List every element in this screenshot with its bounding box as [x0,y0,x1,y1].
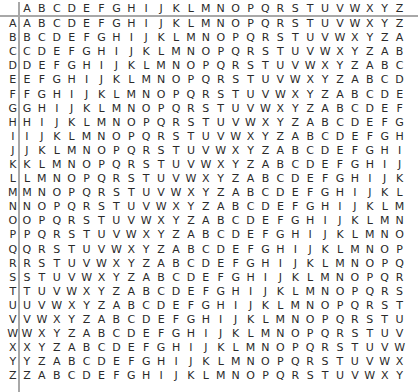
cell-rU-cE: Y [79,298,94,312]
cell-rV-cF: A [94,312,109,326]
cell-rZ-cU: T [318,369,333,383]
cell-rL-cJ: U [154,172,169,186]
cell-rR-cY: P [377,256,392,270]
cell-rD-cR: U [273,59,288,73]
cell-rE-cI: M [139,73,154,87]
cell-rB-cO: P [228,31,243,45]
cell-rA-cS: S [288,17,303,31]
cell-rU-cV: P [333,298,348,312]
cell-rW-cA: W [20,327,35,341]
cell-rL-cW: H [347,172,362,186]
cell-rS-cO: G [228,270,243,284]
cell-rS-cM: E [198,270,213,284]
cell-rV-cM: H [198,312,213,326]
cell-rL-cK: V [169,172,184,186]
cell-rV-cB: W [34,312,49,326]
cell-rO-cB: P [34,214,49,228]
cell-rH-cJ: Q [154,115,169,129]
cell-rM-cW: I [347,186,362,200]
cell-rI-cA: I [20,129,35,143]
cell-rG-cQ: W [258,101,273,115]
cell-rJ-cQ: Z [258,143,273,157]
cell-rA-cJ: J [154,17,169,31]
cell-rY-cI: G [139,355,154,369]
col-header-Z: Z [392,0,407,17]
cell-rQ-cC: S [49,242,64,256]
col-header-L: L [183,0,198,17]
cell-rM-cV: H [333,186,348,200]
cell-rD-cP: S [243,59,258,73]
col-header-D: D [64,0,79,17]
cell-rR-cK: B [169,256,184,270]
cell-rB-cZ: A [392,31,407,45]
cell-rD-cS: V [288,59,303,73]
col-header-Q: Q [258,0,273,17]
cell-rU-cP: J [243,298,258,312]
cell-rT-cZ: S [392,284,407,298]
cell-rY-cR: P [273,355,288,369]
cell-rH-cE: L [79,115,94,129]
cell-rI-cL: T [183,129,198,143]
cell-rU-cB: V [34,298,49,312]
cell-rK-cE: O [79,157,94,171]
cell-rB-cA: B [20,31,35,45]
cell-rK-cC: M [49,157,64,171]
cell-rG-cU: A [318,101,333,115]
cell-rI-cD: L [64,129,79,143]
cell-rS-cI: A [139,270,154,284]
cell-rW-cG: C [109,327,124,341]
cell-rJ-cE: N [79,143,94,157]
cell-rA-cI: I [139,17,154,31]
cell-rJ-cC: L [49,143,64,157]
cell-rV-cR: M [273,312,288,326]
row-header-B: B [0,31,20,45]
cell-rW-cH: D [124,327,139,341]
cell-rY-cC: A [49,355,64,369]
cell-rM-cU: G [318,186,333,200]
cell-rG-cH: N [124,101,139,115]
cell-rG-cE: K [79,101,94,115]
cell-rW-cW: S [347,327,362,341]
cell-rO-cL: Z [183,214,198,228]
cell-rU-cY: S [377,298,392,312]
cell-rQ-cT: J [303,242,318,256]
cell-rM-cO: A [228,186,243,200]
cell-rP-cS: H [288,228,303,242]
cell-rK-cS: C [288,157,303,171]
cell-rI-cK: S [169,129,184,143]
cell-rU-cJ: D [154,298,169,312]
cell-rN-cU: H [318,200,333,214]
cell-rL-cD: O [64,172,79,186]
cell-rO-cK: Y [169,214,184,228]
cell-rX-cI: F [139,341,154,355]
cell-rG-cK: Q [169,101,184,115]
cell-rH-cB: I [34,115,49,129]
cell-rK-cB: L [34,157,49,171]
cell-rA-cZ: Z [392,17,407,31]
cell-rN-cM: Z [198,200,213,214]
col-header-S: S [288,0,303,17]
cell-rI-cB: J [34,129,49,143]
cell-rN-cA: N [20,200,35,214]
cell-rU-cD: X [64,298,79,312]
row-header-G: G [0,101,20,115]
cell-rP-cY: N [377,228,392,242]
cell-rX-cA: X [20,341,35,355]
cell-rK-cT: D [303,157,318,171]
cell-rM-cS: E [288,186,303,200]
cell-rU-cM: G [198,298,213,312]
cell-rH-cM: T [198,115,213,129]
cell-rP-cE: T [79,228,94,242]
cell-rV-cW: R [347,312,362,326]
cell-rC-cS: U [288,45,303,59]
cell-rU-cS: M [288,298,303,312]
col-header-G: G [109,0,124,17]
cell-rE-cM: Q [198,73,213,87]
cell-rJ-cG: P [109,143,124,157]
cell-rR-cJ: A [154,256,169,270]
cell-rZ-cL: K [183,369,198,383]
cell-rE-cO: S [228,73,243,87]
cell-rM-cN: Z [213,186,228,200]
cell-rS-cX: P [362,270,377,284]
cell-rI-cI: Q [139,129,154,143]
cell-rI-cF: N [94,129,109,143]
cell-rM-cY: K [377,186,392,200]
cell-rK-cL: V [183,157,198,171]
cell-rG-cL: R [183,101,198,115]
cell-rY-cY: W [377,355,392,369]
cell-rR-cS: J [288,256,303,270]
cell-rY-cU: S [318,355,333,369]
row-header-V: V [0,312,20,326]
cell-rN-cF: S [94,200,109,214]
cell-rF-cB: G [34,87,49,101]
cell-rL-cE: P [79,172,94,186]
cell-rL-cL: W [183,172,198,186]
cell-rX-cK: H [169,341,184,355]
cell-rY-cJ: H [154,355,169,369]
cell-rW-cR: N [273,327,288,341]
cell-rJ-cZ: I [392,143,407,157]
cell-rH-cW: D [347,115,362,129]
cell-rJ-cA: J [20,143,35,157]
row-header-C: C [0,45,20,59]
col-header-V: V [333,0,348,17]
cell-rD-cH: K [124,59,139,73]
cell-rB-cN: O [213,31,228,45]
cell-rG-cN: T [213,101,228,115]
cell-rU-cW: Q [347,298,362,312]
cell-rI-cV: D [333,129,348,143]
cell-rB-cP: Q [243,31,258,45]
cell-rG-cW: C [347,101,362,115]
cell-rA-cO: O [228,17,243,31]
cell-rP-cD: S [64,228,79,242]
cell-rH-cK: R [169,115,184,129]
cell-rB-cM: N [198,31,213,45]
cell-rX-cG: D [109,341,124,355]
cell-rV-cX: S [362,312,377,326]
cell-rQ-cB: R [34,242,49,256]
cell-rC-cD: F [64,45,79,59]
cell-rE-cB: F [34,73,49,87]
cell-rJ-cW: F [347,143,362,157]
cell-rN-cE: R [79,200,94,214]
cell-rE-cJ: N [154,73,169,87]
cell-rP-cV: K [333,228,348,242]
cell-rF-cY: D [377,87,392,101]
cell-rC-cE: G [79,45,94,59]
cell-rE-cE: I [79,73,94,87]
cell-rD-cO: R [228,59,243,73]
cell-rL-cC: N [49,172,64,186]
cell-rZ-cR: Q [273,369,288,383]
cell-rP-cF: U [94,228,109,242]
cell-rR-cM: D [198,256,213,270]
cell-rO-cR: F [273,214,288,228]
cell-rB-cI: J [139,31,154,45]
cell-rR-cP: G [243,256,258,270]
cell-rL-cT: E [303,172,318,186]
cell-rL-cY: J [377,172,392,186]
cell-rP-cN: C [213,228,228,242]
cell-rX-cF: C [94,341,109,355]
cell-rV-cH: C [124,312,139,326]
cell-rM-cI: U [139,186,154,200]
cell-rY-cS: Q [288,355,303,369]
cell-rP-cH: W [124,228,139,242]
cell-rR-cN: E [213,256,228,270]
cell-rZ-cN: M [213,369,228,383]
cell-rL-cI: T [139,172,154,186]
cell-rI-cX: F [362,129,377,143]
cell-rH-cP: W [243,115,258,129]
cell-rQ-cM: C [198,242,213,256]
cell-rU-cT: N [303,298,318,312]
cell-rQ-cA: Q [20,242,35,256]
cell-rX-cW: T [347,341,362,355]
col-header-Y: Y [377,0,392,17]
cell-rY-cA: Y [20,355,35,369]
cell-rX-cE: B [79,341,94,355]
cell-rM-cA: M [20,186,35,200]
cell-rB-cR: S [273,31,288,45]
cell-rB-cY: Z [377,31,392,45]
cell-rJ-cF: O [94,143,109,157]
cell-rX-cO: L [228,341,243,355]
cell-rA-cL: L [183,17,198,31]
cell-rO-cY: M [377,214,392,228]
cell-rC-cG: I [109,45,124,59]
cell-rU-cO: I [228,298,243,312]
cell-rZ-cY: X [377,369,392,383]
cell-rR-cD: U [64,256,79,270]
cell-rD-cJ: M [154,59,169,73]
cell-rS-cA: S [20,270,35,284]
col-header-X: X [362,0,377,17]
cell-rQ-cR: H [273,242,288,256]
cell-rY-cE: C [79,355,94,369]
row-header-K: K [0,157,20,171]
cell-rP-cI: X [139,228,154,242]
cell-rK-cP: Z [243,157,258,171]
cell-rP-cQ: F [258,228,273,242]
cell-rI-cQ: Y [258,129,273,143]
cell-rL-cQ: B [258,172,273,186]
cell-rZ-cE: D [79,369,94,383]
cell-rT-cS: L [288,284,303,298]
cell-rV-cN: I [213,312,228,326]
cell-rO-cG: U [109,214,124,228]
cell-rI-cW: E [347,129,362,143]
cell-rL-cM: X [198,172,213,186]
cell-rS-cG: Y [109,270,124,284]
cell-rB-cH: I [124,31,139,45]
cell-rN-cV: I [333,200,348,214]
cell-rO-cA: O [20,214,35,228]
cell-rS-cV: N [333,270,348,284]
cell-rZ-cB: A [34,369,49,383]
cell-rB-cJ: K [154,31,169,45]
cell-rM-cK: W [169,186,184,200]
cell-rH-cC: J [49,115,64,129]
cell-rF-cG: L [109,87,124,101]
cell-rR-cU: L [318,256,333,270]
cell-rK-cG: Q [109,157,124,171]
cell-rH-cA: H [20,115,35,129]
cell-rV-cD: Y [64,312,79,326]
cell-rJ-cP: Y [243,143,258,157]
cell-rN-cL: Y [183,200,198,214]
cell-rM-cJ: V [154,186,169,200]
cell-rQ-cJ: Z [154,242,169,256]
cell-rD-cZ: C [392,59,407,73]
cell-rG-cB: H [34,101,49,115]
cell-rL-cV: G [333,172,348,186]
cell-rJ-cY: H [377,143,392,157]
cell-rQ-cO: E [228,242,243,256]
cell-rX-cX: U [362,341,377,355]
cell-rC-cU: W [318,45,333,59]
cell-rT-cD: W [64,284,79,298]
cell-rF-cZ: E [392,87,407,101]
cell-rG-cX: D [362,101,377,115]
cell-rE-cP: T [243,73,258,87]
row-header-D: D [0,59,20,73]
cell-rO-cX: L [362,214,377,228]
cell-rH-cO: V [228,115,243,129]
cell-rA-cA: A [20,17,35,31]
cell-rI-cM: U [198,129,213,143]
col-header-N: N [213,0,228,17]
cell-rM-cE: Q [79,186,94,200]
cell-rN-cW: J [347,200,362,214]
cell-rF-cF: K [94,87,109,101]
cell-rL-cG: R [109,172,124,186]
cell-rO-cW: K [347,214,362,228]
cell-rM-cH: T [124,186,139,200]
cell-rU-cC: W [49,298,64,312]
cell-rN-cD: Q [64,200,79,214]
row-header-M: M [0,186,20,200]
cell-rD-cC: F [49,59,64,73]
cell-rR-cT: K [303,256,318,270]
cell-rL-cO: Z [228,172,243,186]
cell-rC-cO: Q [228,45,243,59]
cell-rZ-cW: V [347,369,362,383]
cell-rQ-cF: V [94,242,109,256]
cell-rZ-cT: S [303,369,318,383]
cell-rG-cZ: F [392,101,407,115]
cell-rD-cY: B [377,59,392,73]
cell-rZ-cM: L [198,369,213,383]
letter-grid: ABCDEFGHIJKLMNOPQRSTUVWXYZAABCDEFGHIJKLM… [0,0,407,383]
cell-rV-cP: K [243,312,258,326]
cell-rI-cJ: R [154,129,169,143]
cell-rS-cS: K [288,270,303,284]
cell-rG-cG: M [109,101,124,115]
cell-rR-cO: F [228,256,243,270]
cell-rU-cG: A [109,298,124,312]
cell-rD-cI: L [139,59,154,73]
cell-rF-cT: Y [303,87,318,101]
cell-rQ-cY: O [377,242,392,256]
cell-rK-cK: U [169,157,184,171]
cell-rX-cL: I [183,341,198,355]
cell-rM-cG: S [109,186,124,200]
cell-rV-cV: Q [333,312,348,326]
cell-rI-cR: Z [273,129,288,143]
cell-rV-cA: V [20,312,35,326]
col-header-E: E [79,0,94,17]
cell-rC-cJ: L [154,45,169,59]
cell-rG-cV: B [333,101,348,115]
cell-rC-cF: H [94,45,109,59]
cell-rF-cP: U [243,87,258,101]
cell-rT-cU: N [318,284,333,298]
cell-rP-cM: B [198,228,213,242]
cell-rE-cR: V [273,73,288,87]
cell-rO-cQ: E [258,214,273,228]
cell-rY-cO: M [228,355,243,369]
cell-rO-cM: A [198,214,213,228]
cell-rT-cQ: J [258,284,273,298]
cell-rA-cR: R [273,17,288,31]
cell-rC-cT: V [303,45,318,59]
cell-rC-cA: C [20,45,35,59]
cell-rP-cO: D [228,228,243,242]
cell-rO-cD: R [64,214,79,228]
cell-rU-cU: O [318,298,333,312]
cell-rL-cS: D [288,172,303,186]
cell-rS-cJ: B [154,270,169,284]
cell-rW-cQ: M [258,327,273,341]
cell-rO-cH: V [124,214,139,228]
cell-rD-cA: D [20,59,35,73]
cell-rA-cY: Y [377,17,392,31]
cell-rL-cP: A [243,172,258,186]
cell-rF-cW: B [347,87,362,101]
cell-rV-cI: D [139,312,154,326]
cell-rF-cE: J [79,87,94,101]
cell-rB-cB: C [34,31,49,45]
cell-rO-cC: Q [49,214,64,228]
cell-rJ-cK: T [169,143,184,157]
